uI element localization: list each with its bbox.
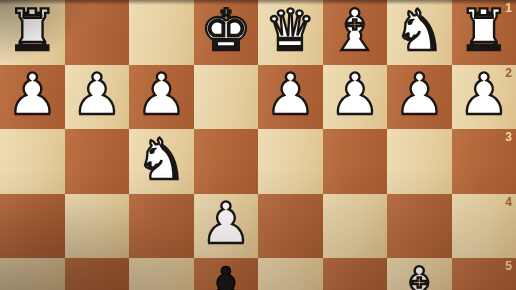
white-pawn[interactable]: ♟: [71, 66, 122, 123]
square-b2[interactable]: ♟: [387, 65, 452, 130]
square-h5[interactable]: [0, 258, 65, 290]
white-knight[interactable]: ♞: [394, 2, 445, 59]
square-g4[interactable]: [65, 194, 130, 259]
chess-board: ♜♚♛♝♞♜1♟♟♟♟♟♟♟2♞3♟4♟♝5: [0, 0, 516, 290]
square-c4[interactable]: [323, 194, 388, 259]
square-e2[interactable]: [194, 65, 259, 130]
white-pawn[interactable]: ♟: [200, 195, 251, 252]
square-g3[interactable]: [65, 129, 130, 194]
square-d4[interactable]: [258, 194, 323, 259]
square-d1[interactable]: ♛: [258, 0, 323, 65]
square-b4[interactable]: [387, 194, 452, 259]
rank-label-1: 1: [505, 1, 512, 15]
white-pawn[interactable]: ♟: [329, 66, 380, 123]
white-pawn[interactable]: ♟: [394, 66, 445, 123]
chessboard-screenshot: ♜♚♛♝♞♜1♟♟♟♟♟♟♟2♞3♟4♟♝5: [0, 0, 516, 290]
square-e4[interactable]: ♟: [194, 194, 259, 259]
square-c1[interactable]: ♝: [323, 0, 388, 65]
white-queen[interactable]: ♛: [265, 2, 316, 59]
square-f4[interactable]: [129, 194, 194, 259]
square-g2[interactable]: ♟: [65, 65, 130, 130]
square-a1[interactable]: ♜1: [452, 0, 516, 65]
square-g1[interactable]: [65, 0, 130, 65]
square-a2[interactable]: ♟2: [452, 65, 516, 130]
square-b5[interactable]: ♝: [387, 258, 452, 290]
square-b3[interactable]: [387, 129, 452, 194]
white-rook[interactable]: ♜: [7, 2, 58, 59]
square-f3[interactable]: ♞: [129, 129, 194, 194]
square-f2[interactable]: ♟: [129, 65, 194, 130]
square-d2[interactable]: ♟: [258, 65, 323, 130]
square-e3[interactable]: [194, 129, 259, 194]
square-e5[interactable]: ♟: [194, 258, 259, 290]
rank-label-3: 3: [505, 130, 512, 144]
square-c3[interactable]: [323, 129, 388, 194]
square-g5[interactable]: [65, 258, 130, 290]
white-king[interactable]: ♚: [200, 2, 251, 59]
square-c5[interactable]: [323, 258, 388, 290]
white-knight[interactable]: ♞: [136, 131, 187, 188]
square-d5[interactable]: [258, 258, 323, 290]
square-e1[interactable]: ♚: [194, 0, 259, 65]
square-f5[interactable]: [129, 258, 194, 290]
square-f1[interactable]: [129, 0, 194, 65]
rank-label-4: 4: [505, 195, 512, 209]
rank-label-5: 5: [505, 259, 512, 273]
white-pawn[interactable]: ♟: [458, 66, 509, 123]
square-c2[interactable]: ♟: [323, 65, 388, 130]
square-h1[interactable]: ♜: [0, 0, 65, 65]
black-pawn[interactable]: ♟: [200, 260, 251, 290]
square-a4[interactable]: 4: [452, 194, 516, 259]
rank-label-2: 2: [505, 66, 512, 80]
square-h2[interactable]: ♟: [0, 65, 65, 130]
square-h3[interactable]: [0, 129, 65, 194]
white-bishop[interactable]: ♝: [394, 260, 445, 290]
square-d3[interactable]: [258, 129, 323, 194]
white-bishop[interactable]: ♝: [329, 2, 380, 59]
white-pawn[interactable]: ♟: [265, 66, 316, 123]
square-h4[interactable]: [0, 194, 65, 259]
square-b1[interactable]: ♞: [387, 0, 452, 65]
white-pawn[interactable]: ♟: [136, 66, 187, 123]
square-a5[interactable]: 5: [452, 258, 516, 290]
white-rook[interactable]: ♜: [458, 2, 509, 59]
square-a3[interactable]: 3: [452, 129, 516, 194]
white-pawn[interactable]: ♟: [7, 66, 58, 123]
